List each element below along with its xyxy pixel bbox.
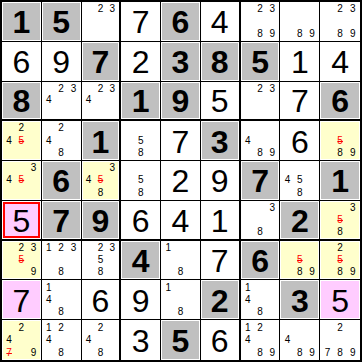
candidate-3: 3 — [28, 242, 40, 254]
candidate-8: 8 — [135, 147, 147, 159]
solved-digit: 7 — [172, 126, 190, 158]
given-digit: 7 — [251, 165, 269, 197]
candidate-marks: 2389 — [242, 3, 279, 40]
eliminated-candidate-5: 5 — [334, 214, 347, 226]
candidate-marks: 248 — [43, 122, 80, 159]
candidate-2: 2 — [55, 122, 67, 134]
cell-r6c6[interactable]: 1 — [201, 201, 241, 241]
cell-r7c4[interactable]: 4 — [121, 241, 161, 281]
cell-r1c6[interactable]: 4 — [201, 2, 241, 42]
cell-r4c6[interactable]: 3 — [201, 121, 241, 161]
candidate-8: 8 — [334, 28, 347, 40]
given-digit: 6 — [172, 6, 190, 38]
candidate-marks: 148 — [43, 281, 80, 318]
cell-r6c7[interactable]: 38 — [241, 201, 281, 241]
solved-digit: 4 — [331, 46, 349, 78]
candidate-marks: 58 — [122, 122, 159, 159]
candidate-8: 8 — [254, 306, 266, 318]
cell-r8c1[interactable]: 7 — [2, 280, 42, 320]
candidate-8: 8 — [334, 346, 347, 359]
cell-r9c5[interactable]: 5 — [161, 320, 201, 360]
cell-r8c6[interactable]: 2 — [201, 280, 241, 320]
solved-digit: 5 — [211, 85, 229, 117]
cell-r4c3[interactable]: 1 — [82, 121, 122, 161]
cell-r2c1[interactable]: 6 — [2, 42, 42, 82]
cell-r2c9[interactable]: 4 — [320, 42, 360, 82]
cell-r6c5[interactable]: 4 — [161, 201, 201, 241]
solved-digit: 4 — [211, 6, 229, 38]
candidate-2: 2 — [254, 321, 266, 334]
candidate-8: 8 — [254, 28, 266, 40]
cell-r7c6[interactable]: 7 — [201, 241, 241, 281]
cell-r6c2[interactable]: 7 — [42, 201, 82, 241]
solved-digit: 3 — [132, 325, 150, 357]
candidate-1: 1 — [43, 242, 55, 254]
candidate-3: 3 — [28, 162, 40, 174]
candidate-3: 3 — [106, 242, 118, 254]
solved-digit: 7 — [291, 85, 309, 117]
candidate-marks: 1238 — [43, 242, 80, 279]
candidate-8: 8 — [94, 187, 106, 199]
cell-r3c7[interactable]: 23 — [241, 82, 281, 122]
candidate-1: 1 — [162, 242, 174, 254]
cell-r7c9[interactable]: 2895 — [320, 241, 360, 281]
cell-r2c4[interactable]: 2 — [121, 42, 161, 82]
candidate-4: 4 — [242, 135, 254, 147]
solved-digit: 7 — [12, 285, 30, 317]
candidate-8: 8 — [174, 306, 186, 318]
candidate-3: 3 — [346, 202, 359, 214]
candidate-3: 3 — [346, 3, 359, 15]
candidate-marks: 489 — [281, 321, 318, 359]
given-digit: 2 — [211, 285, 229, 317]
cell-r6c9[interactable]: 385 — [320, 201, 360, 241]
candidate-2: 2 — [94, 321, 106, 334]
cell-r8c4[interactable]: 9 — [121, 280, 161, 320]
cell-r1c3[interactable]: 23 — [82, 2, 122, 42]
candidate-1: 1 — [43, 281, 55, 293]
cell-r9c1[interactable]: 2497 — [2, 320, 42, 360]
cell-r2c8[interactable]: 1 — [280, 42, 320, 82]
candidate-marks: 489 — [242, 122, 279, 159]
candidate-marks: 18 — [162, 281, 199, 318]
given-digit: 9 — [92, 205, 110, 237]
cell-r7c2[interactable]: 1238 — [42, 241, 82, 281]
solved-digit: 6 — [211, 325, 229, 357]
candidate-9: 9 — [266, 147, 278, 159]
eliminated-candidate-5: 5 — [334, 254, 347, 266]
candidate-4: 4 — [83, 334, 95, 347]
cell-r5c6[interactable]: 9 — [201, 161, 241, 201]
cell-r1c5[interactable]: 6 — [161, 2, 201, 42]
solved-digit: 5 — [331, 285, 349, 317]
cell-r1c1[interactable]: 1 — [2, 2, 42, 42]
cell-r7c5[interactable]: 18 — [161, 241, 201, 281]
candidate-3: 3 — [67, 242, 79, 254]
candidate-9: 9 — [28, 266, 40, 278]
solved-digit: 6 — [92, 285, 110, 317]
candidate-2: 2 — [55, 321, 67, 334]
candidate-3: 3 — [106, 162, 118, 174]
candidate-5: 5 — [135, 135, 147, 147]
candidate-4: 4 — [83, 94, 95, 106]
candidate-8: 8 — [94, 266, 106, 278]
cell-r3c9[interactable]: 6 — [320, 82, 360, 122]
candidate-2: 2 — [334, 321, 347, 334]
cell-r4c1[interactable]: 245 — [2, 121, 42, 161]
cell-r3c1[interactable]: 8 — [2, 82, 42, 122]
given-digit: 3 — [211, 126, 229, 158]
candidate-3: 3 — [106, 83, 118, 95]
candidate-8: 8 — [294, 266, 306, 278]
candidate-marks: 38 — [242, 202, 279, 238]
cell-r2c7[interactable]: 5 — [241, 42, 281, 82]
candidate-1: 1 — [242, 281, 254, 293]
cell-r2c6[interactable]: 8 — [201, 42, 241, 82]
cell-r9c7[interactable]: 12489 — [241, 320, 281, 360]
cell-r9c8[interactable]: 489 — [280, 320, 320, 360]
candidate-8: 8 — [55, 346, 67, 359]
candidate-1: 1 — [43, 321, 55, 334]
candidate-marks: 234 — [83, 83, 119, 119]
cell-r6c4[interactable]: 6 — [121, 201, 161, 241]
candidate-marks: 18 — [162, 242, 199, 279]
cell-r9c6[interactable]: 6 — [201, 320, 241, 360]
eliminated-candidate-5: 5 — [294, 254, 306, 266]
given-digit: 1 — [132, 85, 150, 117]
candidate-2: 2 — [94, 83, 106, 95]
candidate-5: 5 — [135, 174, 147, 186]
candidate-8: 8 — [294, 346, 306, 359]
candidate-7: 7 — [321, 346, 334, 359]
eliminated-candidate-5: 5 — [334, 135, 347, 147]
candidate-marks: 2497 — [3, 321, 40, 359]
candidate-8: 8 — [55, 306, 67, 318]
cell-r8c3[interactable]: 6 — [82, 280, 122, 320]
candidate-8: 8 — [254, 226, 266, 238]
cell-r1c9[interactable]: 2389 — [320, 2, 360, 42]
candidate-marks: 385 — [321, 202, 359, 238]
candidate-4: 4 — [83, 174, 95, 186]
cell-r5c5[interactable]: 2 — [161, 161, 201, 201]
cell-r4c2[interactable]: 248 — [42, 121, 82, 161]
sudoku-board: 1523764238989238969723851482342341952376… — [0, 0, 362, 362]
candidate-marks: 895 — [281, 242, 318, 279]
candidate-2: 2 — [94, 3, 106, 15]
cell-r8c8[interactable]: 3 — [280, 280, 320, 320]
cell-r9c2[interactable]: 1248 — [42, 320, 82, 360]
candidate-9: 9 — [266, 346, 278, 359]
candidate-2: 2 — [55, 242, 67, 254]
candidate-marks: 148 — [242, 281, 279, 318]
solved-digit: 6 — [291, 126, 309, 158]
solved-digit: 4 — [172, 205, 190, 237]
candidate-4: 4 — [281, 174, 293, 186]
solved-digit: 9 — [132, 285, 150, 317]
candidate-4: 4 — [43, 294, 55, 306]
candidate-marks: 12489 — [242, 321, 279, 359]
candidate-1: 1 — [242, 321, 254, 334]
candidate-8: 8 — [55, 266, 67, 278]
candidate-marks: 245 — [3, 122, 40, 159]
candidate-marks: 23 — [83, 3, 119, 40]
cell-r9c4[interactable]: 3 — [121, 320, 161, 360]
given-digit: 3 — [291, 285, 309, 317]
candidate-3: 3 — [266, 83, 278, 95]
candidate-8: 8 — [254, 147, 266, 159]
cell-r2c3[interactable]: 7 — [82, 42, 122, 82]
candidate-marks: 2895 — [321, 242, 359, 279]
cell-r4c8[interactable]: 6 — [280, 121, 320, 161]
candidate-9: 9 — [346, 346, 359, 359]
candidate-marks: 2389 — [321, 3, 359, 40]
cell-r5c9[interactable]: 1 — [320, 161, 360, 201]
candidate-1: 1 — [162, 281, 174, 293]
eliminated-candidate-5: 5 — [15, 254, 27, 266]
candidate-marks: 89 — [281, 3, 318, 40]
solved-digit: 1 — [291, 46, 309, 78]
given-digit: 3 — [172, 46, 190, 78]
candidate-8: 8 — [334, 147, 347, 159]
given-digit: 1 — [12, 6, 30, 38]
candidate-8: 8 — [254, 346, 266, 359]
candidate-2: 2 — [15, 122, 27, 134]
candidate-9: 9 — [306, 28, 318, 40]
cell-r9c9[interactable]: 2789 — [320, 320, 360, 360]
candidate-8: 8 — [55, 147, 67, 159]
candidate-8: 8 — [334, 266, 347, 278]
candidate-9: 9 — [266, 28, 278, 40]
cell-r3c2[interactable]: 234 — [42, 82, 82, 122]
candidate-3: 3 — [266, 202, 278, 214]
candidate-8: 8 — [94, 346, 106, 359]
candidate-2: 2 — [334, 3, 347, 15]
candidate-9: 9 — [346, 28, 359, 40]
given-digit: 4 — [132, 245, 150, 277]
candidate-4: 4 — [242, 294, 254, 306]
given-digit: 6 — [52, 165, 70, 197]
candidate-marks: 345 — [3, 162, 40, 199]
cell-r7c3[interactable]: 2358 — [82, 241, 122, 281]
candidate-2: 2 — [94, 242, 106, 254]
cell-r4c5[interactable]: 7 — [161, 121, 201, 161]
candidate-8: 8 — [334, 226, 347, 238]
given-digit: 9 — [172, 85, 190, 117]
candidate-marks: 2395 — [3, 242, 40, 279]
solved-digit: 9 — [211, 165, 229, 197]
candidate-marks: 58 — [122, 162, 159, 199]
candidate-marks: 2358 — [83, 242, 119, 279]
candidate-2: 2 — [55, 83, 67, 95]
solved-digit: 2 — [132, 46, 150, 78]
solved-digit: 1 — [211, 205, 229, 237]
cell-r4c7[interactable]: 489 — [241, 121, 281, 161]
candidate-2: 2 — [254, 83, 266, 95]
candidate-marks: 1248 — [43, 321, 80, 359]
candidate-2: 2 — [15, 321, 27, 334]
cell-r6c1[interactable]: 5 — [2, 201, 42, 241]
cell-r3c3[interactable]: 234 — [82, 82, 122, 122]
cell-r8c9[interactable]: 5 — [320, 280, 360, 320]
candidate-marks: 458 — [281, 162, 318, 199]
cell-r1c4[interactable]: 7 — [121, 2, 161, 42]
cell-r3c8[interactable]: 7 — [280, 82, 320, 122]
eliminated-candidate-5: 5 — [15, 174, 27, 186]
cell-r7c7[interactable]: 6 — [241, 241, 281, 281]
candidate-2: 2 — [334, 242, 347, 254]
given-digit: 8 — [12, 85, 30, 117]
candidate-marks: 23 — [242, 83, 279, 119]
candidate-9: 9 — [306, 346, 318, 359]
candidate-8: 8 — [135, 187, 147, 199]
given-digit: 6 — [251, 245, 269, 277]
cell-r5c8[interactable]: 458 — [280, 161, 320, 201]
cell-r3c4[interactable]: 1 — [121, 82, 161, 122]
given-digit: 6 — [331, 85, 349, 117]
given-digit: 2 — [291, 205, 309, 237]
solved-digit: 7 — [211, 245, 229, 277]
candidate-2: 2 — [254, 3, 266, 15]
candidate-9: 9 — [346, 266, 359, 278]
candidate-8: 8 — [294, 28, 306, 40]
cell-r1c7[interactable]: 2389 — [241, 2, 281, 42]
cell-r6c3[interactable]: 9 — [82, 201, 122, 241]
cell-r8c7[interactable]: 148 — [241, 280, 281, 320]
candidate-marks: 895 — [321, 122, 359, 159]
cell-r4c9[interactable]: 895 — [320, 121, 360, 161]
given-digit: 7 — [52, 205, 70, 237]
candidate-4: 4 — [3, 174, 15, 186]
candidate-3: 3 — [266, 3, 278, 15]
candidate-3: 3 — [106, 3, 118, 15]
cell-r7c8[interactable]: 895 — [280, 241, 320, 281]
cell-r2c5[interactable]: 3 — [161, 42, 201, 82]
candidate-marks: 248 — [83, 321, 119, 359]
cell-r9c3[interactable]: 248 — [82, 320, 122, 360]
candidate-9: 9 — [306, 266, 318, 278]
candidate-8: 8 — [174, 266, 186, 278]
cell-r1c2[interactable]: 5 — [42, 2, 82, 42]
given-digit: 8 — [211, 46, 229, 78]
candidate-8: 8 — [294, 187, 306, 199]
given-digit: 1 — [92, 126, 110, 158]
cell-r5c3[interactable]: 3485 — [82, 161, 122, 201]
cell-r1c8[interactable]: 89 — [280, 2, 320, 42]
candidate-4: 4 — [281, 334, 293, 347]
candidate-marks: 2789 — [321, 321, 359, 359]
candidate-marks: 3485 — [83, 162, 119, 199]
given-digit: 5 — [52, 6, 70, 38]
cell-r5c7[interactable]: 7 — [241, 161, 281, 201]
candidate-5: 5 — [94, 254, 106, 266]
candidate-9: 9 — [346, 147, 359, 159]
candidate-4: 4 — [43, 334, 55, 347]
cell-r5c4[interactable]: 58 — [121, 161, 161, 201]
candidate-2: 2 — [15, 242, 27, 254]
candidate-5: 5 — [294, 174, 306, 186]
solved-digit: 6 — [12, 46, 30, 78]
given-digit: 5 — [251, 46, 269, 78]
cell-r5c2[interactable]: 6 — [42, 161, 82, 201]
cell-r5c1[interactable]: 345 — [2, 161, 42, 201]
cell-r6c8[interactable]: 2 — [280, 201, 320, 241]
cell-r8c2[interactable]: 148 — [42, 280, 82, 320]
solved-digit: 7 — [132, 6, 150, 38]
candidate-4: 4 — [242, 334, 254, 347]
solved-digit: 9 — [52, 46, 70, 78]
cell-r3c5[interactable]: 9 — [161, 82, 201, 122]
candidate-9: 9 — [28, 346, 40, 359]
solved-digit: 2 — [172, 165, 190, 197]
solved-digit: 5 — [12, 205, 30, 237]
given-digit: 7 — [92, 46, 110, 78]
candidate-4: 4 — [43, 94, 55, 106]
given-digit: 5 — [172, 325, 190, 357]
candidate-4: 4 — [3, 135, 15, 147]
candidate-marks: 234 — [43, 83, 80, 119]
cell-r8c5[interactable]: 18 — [161, 280, 201, 320]
eliminated-candidate-5: 5 — [94, 174, 106, 186]
given-digit: 1 — [331, 165, 349, 197]
cell-r4c4[interactable]: 58 — [121, 121, 161, 161]
candidate-4: 4 — [3, 334, 15, 347]
cell-r2c2[interactable]: 9 — [42, 42, 82, 82]
cell-r3c6[interactable]: 5 — [201, 82, 241, 122]
candidate-4: 4 — [43, 135, 55, 147]
eliminated-candidate-5: 5 — [15, 135, 27, 147]
cell-r7c1[interactable]: 2395 — [2, 241, 42, 281]
solved-digit: 6 — [132, 205, 150, 237]
eliminated-candidate-7: 7 — [3, 346, 15, 359]
candidate-3: 3 — [67, 83, 79, 95]
